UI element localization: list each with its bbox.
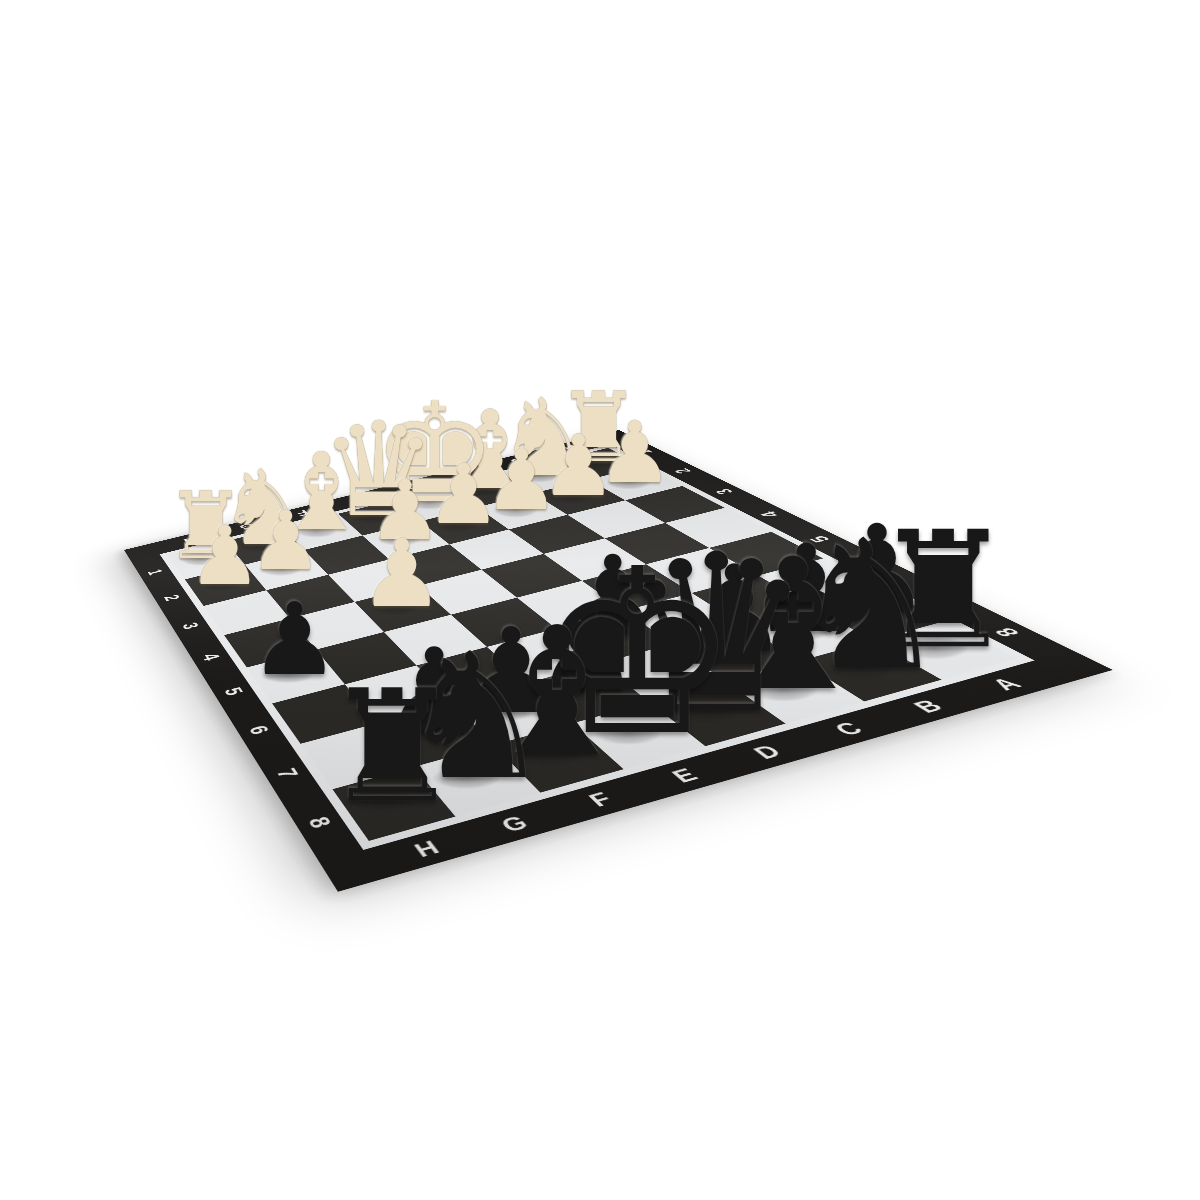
black-rook-h8[interactable]: ♜ [323, 670, 462, 825]
product-photo-scene: 11AA22BB33CC44DD55EE66FF77GG88HH ♜♞♟♝♟♚♟… [0, 0, 1200, 1200]
white-pawn-f4[interactable]: ♟ [360, 528, 444, 622]
